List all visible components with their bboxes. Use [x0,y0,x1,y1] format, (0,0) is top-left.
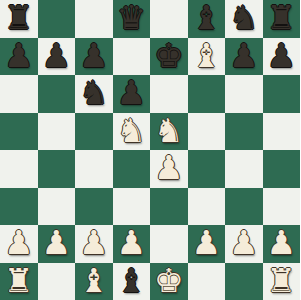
square-d8[interactable]: ♛ [113,0,151,38]
black-pawn-g7[interactable]: ♟ [229,38,259,75]
square-a6[interactable] [0,75,38,113]
black-pawn-c7[interactable]: ♟ [79,38,109,75]
square-h2[interactable]: ♟ [263,225,301,263]
square-c2[interactable]: ♟ [75,225,113,263]
square-g3[interactable] [225,188,263,226]
square-b1[interactable] [38,263,76,300]
black-pawn-h7[interactable]: ♟ [266,38,296,75]
square-f1[interactable] [188,263,226,300]
square-h7[interactable]: ♟ [263,38,301,76]
square-e5[interactable]: ♞ [150,113,188,151]
square-c5[interactable] [75,113,113,151]
square-g1[interactable] [225,263,263,300]
square-h1[interactable]: ♜ [263,263,301,300]
square-h6[interactable] [263,75,301,113]
square-b8[interactable] [38,0,76,38]
square-e1[interactable]: ♚ [150,263,188,300]
square-d5[interactable]: ♞ [113,113,151,151]
square-a7[interactable]: ♟ [0,38,38,76]
black-pawn-b7[interactable]: ♟ [41,38,71,75]
square-h3[interactable] [263,188,301,226]
square-f7[interactable]: ♝ [188,38,226,76]
square-a4[interactable] [0,150,38,188]
square-b5[interactable] [38,113,76,151]
square-a8[interactable]: ♜ [0,0,38,38]
square-d2[interactable]: ♟ [113,225,151,263]
square-g5[interactable] [225,113,263,151]
white-knight-e5[interactable]: ♞ [154,113,184,150]
square-h5[interactable] [263,113,301,151]
black-knight-c6[interactable]: ♞ [79,75,109,112]
square-d4[interactable] [113,150,151,188]
square-f3[interactable] [188,188,226,226]
white-pawn-h2[interactable]: ♟ [266,225,296,262]
square-c6[interactable]: ♞ [75,75,113,113]
black-bishop-f8[interactable]: ♝ [191,0,221,37]
white-bishop-c1[interactable]: ♝ [79,263,109,300]
white-pawn-c2[interactable]: ♟ [79,225,109,262]
square-b6[interactable] [38,75,76,113]
square-f8[interactable]: ♝ [188,0,226,38]
square-c3[interactable] [75,188,113,226]
square-a5[interactable] [0,113,38,151]
square-a2[interactable]: ♟ [0,225,38,263]
square-f6[interactable] [188,75,226,113]
white-rook-h1[interactable]: ♜ [266,263,296,300]
black-queen-d8[interactable]: ♛ [116,0,146,37]
square-g8[interactable]: ♞ [225,0,263,38]
black-king-e7[interactable]: ♚ [154,38,184,75]
square-d1[interactable]: ♝ [113,263,151,300]
square-h4[interactable] [263,150,301,188]
white-king-e1[interactable]: ♚ [154,263,184,300]
square-e3[interactable] [150,188,188,226]
white-pawn-a2[interactable]: ♟ [4,225,34,262]
white-pawn-e4[interactable]: ♟ [154,150,184,187]
square-e7[interactable]: ♚ [150,38,188,76]
black-bishop-d1[interactable]: ♝ [116,263,146,300]
square-b3[interactable] [38,188,76,226]
square-c4[interactable] [75,150,113,188]
square-c7[interactable]: ♟ [75,38,113,76]
square-a3[interactable] [0,188,38,226]
square-d3[interactable] [113,188,151,226]
white-pawn-f2[interactable]: ♟ [191,225,221,262]
square-e8[interactable] [150,0,188,38]
square-e4[interactable]: ♟ [150,150,188,188]
black-pawn-a7[interactable]: ♟ [4,38,34,75]
black-rook-a8[interactable]: ♜ [4,0,34,37]
square-d7[interactable] [113,38,151,76]
square-g7[interactable]: ♟ [225,38,263,76]
square-f5[interactable] [188,113,226,151]
square-c1[interactable]: ♝ [75,263,113,300]
square-e2[interactable] [150,225,188,263]
square-f4[interactable] [188,150,226,188]
white-bishop-f7[interactable]: ♝ [191,38,221,75]
white-rook-a1[interactable]: ♜ [4,263,34,300]
white-knight-d5[interactable]: ♞ [116,113,146,150]
square-g4[interactable] [225,150,263,188]
black-rook-h8[interactable]: ♜ [266,0,296,37]
white-pawn-d2[interactable]: ♟ [116,225,146,262]
black-knight-g8[interactable]: ♞ [229,0,259,37]
square-b4[interactable] [38,150,76,188]
black-pawn-d6[interactable]: ♟ [116,75,146,112]
white-pawn-b2[interactable]: ♟ [41,225,71,262]
square-d6[interactable]: ♟ [113,75,151,113]
square-b2[interactable]: ♟ [38,225,76,263]
square-c8[interactable] [75,0,113,38]
square-a1[interactable]: ♜ [0,263,38,300]
square-e6[interactable] [150,75,188,113]
square-h8[interactable]: ♜ [263,0,301,38]
chess-board: ♜♛♝♞♜♟♟♟♚♝♟♟♞♟♞♞♟♟♟♟♟♟♟♟♜♝♝♚♜ [0,0,300,300]
white-pawn-g2[interactable]: ♟ [229,225,259,262]
square-g6[interactable] [225,75,263,113]
square-f2[interactable]: ♟ [188,225,226,263]
square-g2[interactable]: ♟ [225,225,263,263]
square-b7[interactable]: ♟ [38,38,76,76]
